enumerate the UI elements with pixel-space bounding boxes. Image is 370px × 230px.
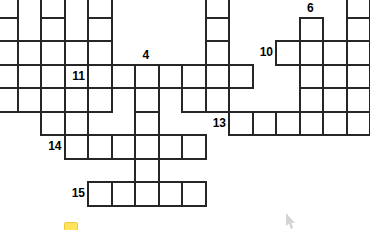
- crossword-cell: [299, 87, 325, 113]
- crossword-cell: [64, 87, 90, 113]
- clue-number-13: 13: [202, 116, 226, 131]
- clue-number-10: 10: [249, 45, 273, 60]
- crossword-cell: [252, 111, 278, 137]
- crossword-cell: [134, 158, 160, 184]
- crossword-cell: [158, 181, 184, 207]
- crossword-cell: [87, 87, 113, 113]
- crossword-cell: [322, 111, 348, 137]
- crossword-cell: [87, 64, 113, 90]
- crossword-cell: [64, 134, 90, 160]
- crossword-cell: [299, 64, 325, 90]
- crossword-cell: [111, 134, 137, 160]
- crossword-board: 461011131415: [0, 0, 370, 230]
- crossword-cell: [346, 111, 370, 137]
- crossword-cell: [205, 40, 231, 66]
- crossword-cell: [17, 40, 43, 66]
- crossword-cell: [87, 40, 113, 66]
- crossword-cell: [181, 64, 207, 90]
- crossword-cell: [134, 134, 160, 160]
- crossword-cell: [40, 111, 66, 137]
- crossword-cell: [17, 64, 43, 90]
- crossword-cell: [275, 111, 301, 137]
- crossword-cell: [134, 111, 160, 137]
- crossword-cell: [40, 40, 66, 66]
- crossword-cell: [228, 64, 254, 90]
- crossword-cell: [181, 181, 207, 207]
- crossword-cell: [299, 111, 325, 137]
- crossword-cell: [40, 17, 66, 43]
- clue-number-6: 6: [299, 1, 323, 16]
- crossword-cell: [134, 181, 160, 207]
- mouse-cursor-icon: [286, 213, 296, 229]
- crossword-cell: [181, 134, 207, 160]
- crossword-cell: [64, 40, 90, 66]
- crossword-cell: [64, 111, 90, 137]
- clue-number-4: 4: [134, 48, 158, 63]
- crossword-cell: [87, 181, 113, 207]
- crossword-cell: [87, 134, 113, 160]
- clue-number-11: 11: [61, 69, 85, 84]
- crossword-cell: [17, 87, 43, 113]
- crossword-cell: [322, 40, 348, 66]
- crossword-cell: [87, 17, 113, 43]
- crossword-cell: [346, 17, 370, 43]
- clue-number-15: 15: [61, 186, 85, 201]
- crossword-cell: [299, 40, 325, 66]
- crossword-cell: [158, 64, 184, 90]
- crossword-cell: [205, 64, 231, 90]
- crossword-cell: [346, 64, 370, 90]
- crossword-cell: [0, 17, 19, 43]
- crossword-cell: [275, 40, 301, 66]
- crossword-cell: [228, 111, 254, 137]
- crossword-cell: [299, 17, 325, 43]
- crossword-cell: [111, 181, 137, 207]
- crossword-cell: [346, 40, 370, 66]
- crossword-cell: [205, 87, 231, 113]
- crossword-cell: [322, 87, 348, 113]
- crossword-cell: [346, 87, 370, 113]
- crossword-cell: [111, 64, 137, 90]
- clue-number-14: 14: [38, 139, 62, 154]
- crossword-cell: [134, 64, 160, 90]
- crossword-cell: [40, 87, 66, 113]
- crossword-cell: [134, 87, 160, 113]
- crossword-cell: [181, 87, 207, 113]
- crossword-cell: [205, 17, 231, 43]
- highlighter-mark: [64, 222, 78, 230]
- crossword-cell: [158, 134, 184, 160]
